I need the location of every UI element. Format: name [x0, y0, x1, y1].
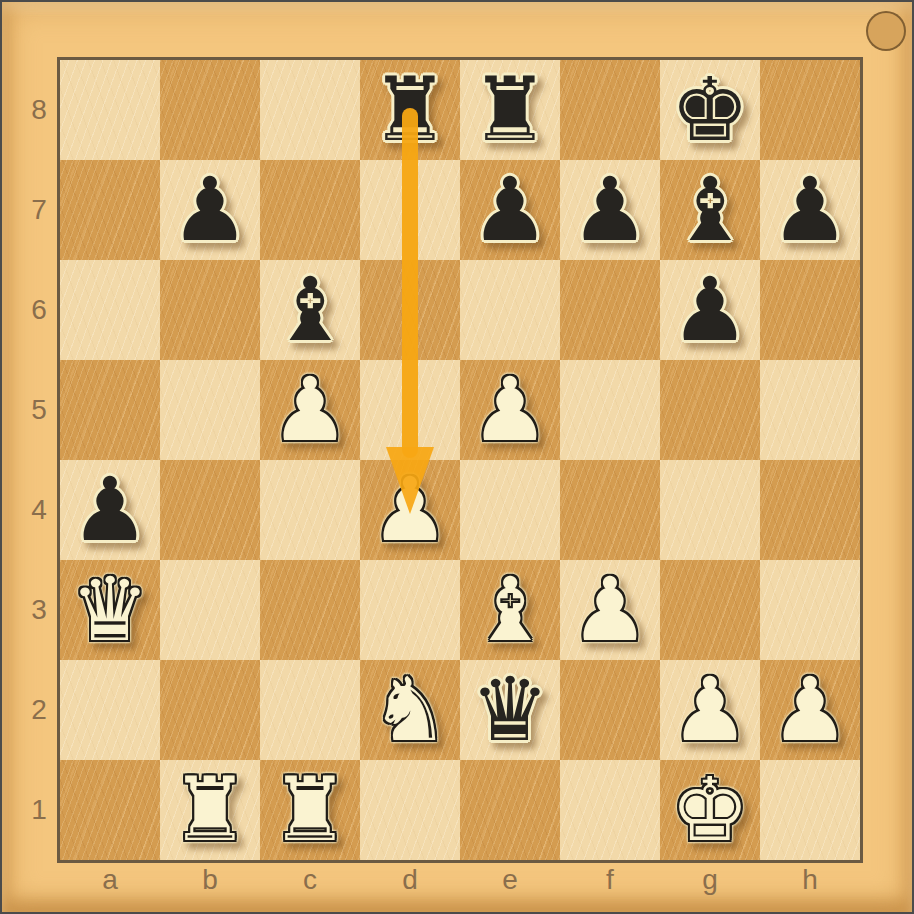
piece-black-pawn: ♟	[760, 160, 860, 260]
piece-black-bishop: ♝	[260, 260, 360, 360]
square-b6[interactable]	[160, 260, 260, 360]
piece-white-king: ♚	[660, 760, 760, 860]
square-f2[interactable]	[560, 660, 660, 760]
piece-white-pawn: ♟	[360, 460, 460, 560]
square-b4[interactable]	[160, 460, 260, 560]
square-a6[interactable]	[60, 260, 160, 360]
piece-black-queen: ♛	[460, 660, 560, 760]
rank-label-2: 2	[20, 693, 58, 727]
piece-white-rook: ♜	[160, 760, 260, 860]
square-d3[interactable]	[360, 560, 460, 660]
file-label-a: a	[90, 863, 130, 897]
piece-black-pawn: ♟	[560, 160, 660, 260]
rank-label-4: 4	[20, 493, 58, 527]
square-g7[interactable]: ♝	[660, 160, 760, 260]
square-c7[interactable]	[260, 160, 360, 260]
square-g3[interactable]	[660, 560, 760, 660]
square-a4[interactable]: ♟	[60, 460, 160, 560]
square-f4[interactable]	[560, 460, 660, 560]
square-c4[interactable]	[260, 460, 360, 560]
piece-black-rook: ♜	[360, 60, 460, 160]
square-a5[interactable]	[60, 360, 160, 460]
square-e1[interactable]	[460, 760, 560, 860]
square-a3[interactable]: ♛	[60, 560, 160, 660]
square-d6[interactable]	[360, 260, 460, 360]
square-b5[interactable]	[160, 360, 260, 460]
square-h8[interactable]	[760, 60, 860, 160]
square-c5[interactable]: ♟	[260, 360, 360, 460]
square-a2[interactable]	[60, 660, 160, 760]
square-c2[interactable]	[260, 660, 360, 760]
piece-black-pawn: ♟	[160, 160, 260, 260]
square-d1[interactable]	[360, 760, 460, 860]
square-d4[interactable]: ♟	[360, 460, 460, 560]
file-label-d: d	[390, 863, 430, 897]
square-e3[interactable]: ♝	[460, 560, 560, 660]
square-e2[interactable]: ♛	[460, 660, 560, 760]
square-e8[interactable]: ♜	[460, 60, 560, 160]
rank-label-6: 6	[20, 293, 58, 327]
square-g6[interactable]: ♟	[660, 260, 760, 360]
square-f6[interactable]	[560, 260, 660, 360]
square-e7[interactable]: ♟	[460, 160, 560, 260]
square-c6[interactable]: ♝	[260, 260, 360, 360]
square-g2[interactable]: ♟	[660, 660, 760, 760]
chess-board: ♜♜♚♟♟♟♝♟♝♟♟♟♟♟♛♝♟♞♛♟♟♜♜♚	[57, 57, 863, 863]
piece-white-pawn: ♟	[460, 360, 560, 460]
square-c3[interactable]	[260, 560, 360, 660]
piece-black-pawn: ♟	[460, 160, 560, 260]
piece-white-pawn: ♟	[660, 660, 760, 760]
square-f7[interactable]: ♟	[560, 160, 660, 260]
piece-white-bishop: ♝	[460, 560, 560, 660]
square-d8[interactable]: ♜	[360, 60, 460, 160]
square-a1[interactable]	[60, 760, 160, 860]
piece-white-pawn: ♟	[560, 560, 660, 660]
piece-black-pawn: ♟	[660, 260, 760, 360]
square-e6[interactable]	[460, 260, 560, 360]
square-g5[interactable]	[660, 360, 760, 460]
rank-label-5: 5	[20, 393, 58, 427]
piece-white-pawn: ♟	[760, 660, 860, 760]
piece-white-queen: ♛	[60, 560, 160, 660]
rank-label-8: 8	[20, 93, 58, 127]
square-h4[interactable]	[760, 460, 860, 560]
piece-white-knight: ♞	[360, 660, 460, 760]
square-h5[interactable]	[760, 360, 860, 460]
square-d5[interactable]	[360, 360, 460, 460]
file-label-c: c	[290, 863, 330, 897]
square-c1[interactable]: ♜	[260, 760, 360, 860]
square-c8[interactable]	[260, 60, 360, 160]
square-f3[interactable]: ♟	[560, 560, 660, 660]
square-h6[interactable]	[760, 260, 860, 360]
square-g8[interactable]: ♚	[660, 60, 760, 160]
piece-white-pawn: ♟	[260, 360, 360, 460]
move-indicator-circle	[866, 11, 906, 51]
square-b1[interactable]: ♜	[160, 760, 260, 860]
square-g4[interactable]	[660, 460, 760, 560]
square-d2[interactable]: ♞	[360, 660, 460, 760]
piece-black-pawn: ♟	[60, 460, 160, 560]
file-label-h: h	[790, 863, 830, 897]
square-a8[interactable]	[60, 60, 160, 160]
square-d7[interactable]	[360, 160, 460, 260]
piece-black-bishop: ♝	[660, 160, 760, 260]
file-label-b: b	[190, 863, 230, 897]
rank-label-7: 7	[20, 193, 58, 227]
square-f1[interactable]	[560, 760, 660, 860]
square-h7[interactable]: ♟	[760, 160, 860, 260]
square-h1[interactable]	[760, 760, 860, 860]
piece-black-rook: ♜	[460, 60, 560, 160]
rank-label-1: 1	[20, 793, 58, 827]
square-f5[interactable]	[560, 360, 660, 460]
square-f8[interactable]	[560, 60, 660, 160]
square-g1[interactable]: ♚	[660, 760, 760, 860]
file-label-g: g	[690, 863, 730, 897]
square-h3[interactable]	[760, 560, 860, 660]
square-e5[interactable]: ♟	[460, 360, 560, 460]
square-a7[interactable]	[60, 160, 160, 260]
page-background: ♜♜♚♟♟♟♝♟♝♟♟♟♟♟♛♝♟♞♛♟♟♜♜♚ 87654321abcdefg…	[0, 0, 914, 914]
piece-white-rook: ♜	[260, 760, 360, 860]
square-e4[interactable]	[460, 460, 560, 560]
square-b3[interactable]	[160, 560, 260, 660]
square-b7[interactable]: ♟	[160, 160, 260, 260]
rank-label-3: 3	[20, 593, 58, 627]
square-b8[interactable]	[160, 60, 260, 160]
square-h2[interactable]: ♟	[760, 660, 860, 760]
file-label-e: e	[490, 863, 530, 897]
square-b2[interactable]	[160, 660, 260, 760]
file-label-f: f	[590, 863, 630, 897]
piece-black-king: ♚	[660, 60, 760, 160]
